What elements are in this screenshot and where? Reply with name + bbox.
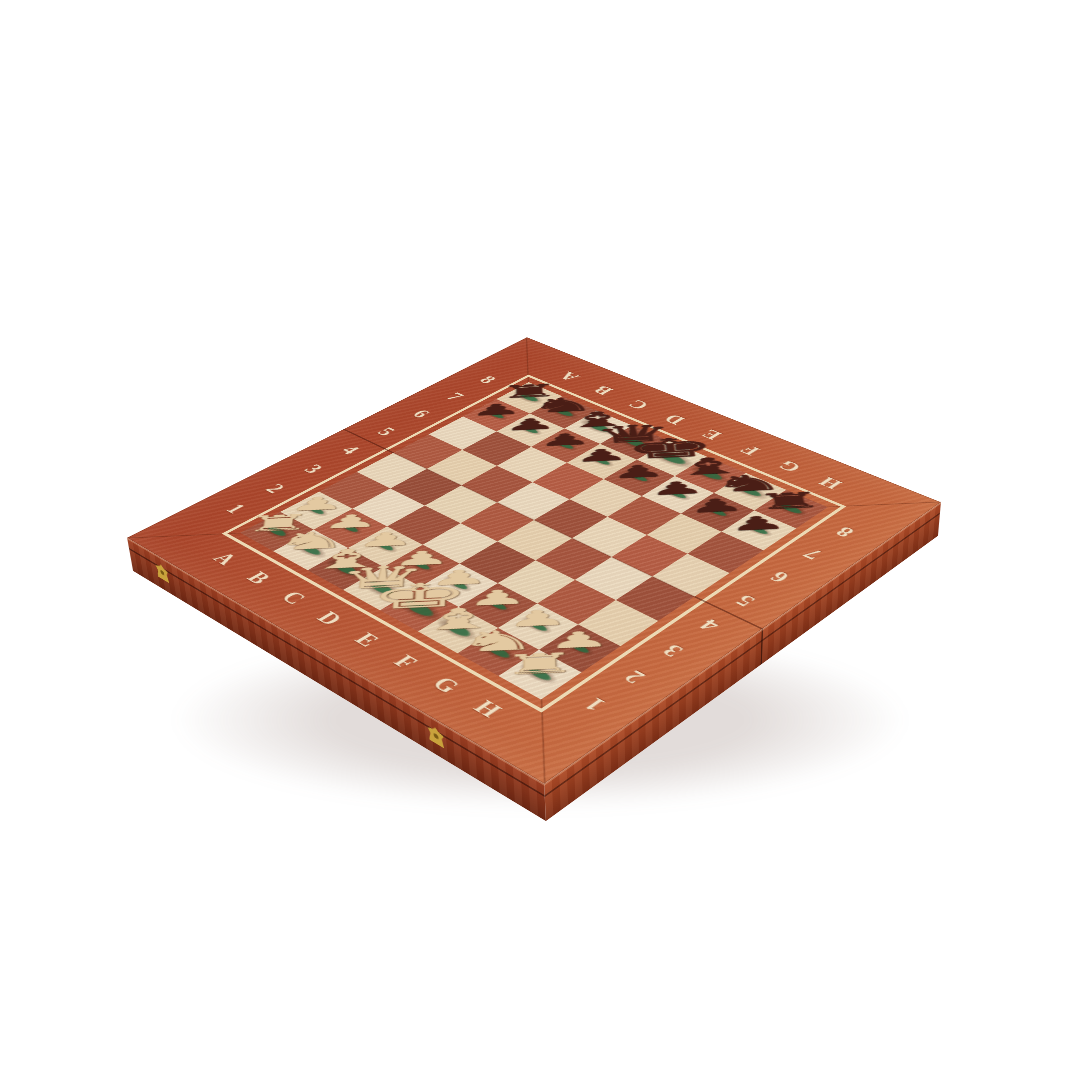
square-h3[interactable] (578, 600, 658, 646)
square-h5[interactable] (652, 554, 729, 597)
square-g3[interactable] (537, 580, 616, 625)
brass-clasp-icon (155, 561, 170, 583)
square-g1[interactable] (458, 628, 539, 676)
brass-clasp-icon (427, 723, 444, 749)
square-h4[interactable] (616, 576, 695, 620)
scene: ABCDEFGH ABCDEFGH 87654321 87654321 ♜♞♝♛… (0, 0, 1080, 1080)
product-photo-stage: ABCDEFGH ABCDEFGH 87654321 87654321 ♜♞♝♛… (0, 0, 1080, 1080)
square-h2[interactable] (539, 624, 620, 672)
frame-miter-joint (541, 699, 545, 784)
square-g5[interactable] (612, 535, 688, 577)
square-f2[interactable] (459, 583, 538, 628)
square-f5[interactable] (572, 517, 647, 557)
square-h1[interactable] (498, 650, 581, 700)
square-g2[interactable] (498, 603, 578, 649)
square-f1[interactable] (418, 607, 498, 653)
square-h6[interactable] (687, 532, 763, 573)
square-e1[interactable] (380, 587, 459, 632)
